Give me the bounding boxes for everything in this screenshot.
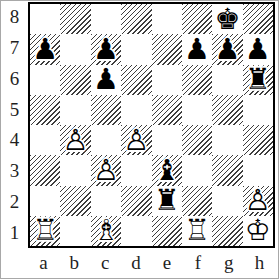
square-d1[interactable]	[121, 216, 151, 246]
square-e8[interactable]	[152, 4, 182, 34]
square-a5[interactable]	[30, 95, 60, 125]
rank-labels: 87654321	[1, 2, 28, 248]
file-label-d: d	[121, 248, 152, 278]
square-b5[interactable]	[60, 95, 90, 125]
file-label-b: b	[59, 248, 90, 278]
rank-label-2: 2	[1, 187, 28, 218]
black-pawn: ♟	[243, 34, 273, 64]
white-pawn-fill: ♟	[91, 155, 121, 185]
file-label-e: e	[152, 248, 183, 278]
square-e5[interactable]	[152, 95, 182, 125]
square-a1[interactable]: ♜♖	[30, 216, 60, 246]
square-g1[interactable]	[212, 216, 242, 246]
square-g5[interactable]	[212, 95, 242, 125]
white-rook-fill: ♜	[30, 216, 60, 246]
square-g7[interactable]: ♟	[212, 34, 242, 64]
file-label-f: f	[182, 248, 213, 278]
white-rook: ♖	[30, 216, 60, 246]
square-d4[interactable]: ♟♙	[121, 125, 151, 155]
white-pawn-fill: ♟	[121, 125, 151, 155]
rank-label-3: 3	[1, 156, 28, 187]
white-king-fill: ♚	[243, 216, 273, 246]
white-pawn: ♙	[243, 186, 273, 216]
white-bishop: ♗	[91, 216, 121, 246]
square-h4[interactable]	[243, 125, 273, 155]
square-a3[interactable]	[30, 155, 60, 185]
square-h3[interactable]	[243, 155, 273, 185]
black-rook: ♜	[243, 65, 273, 95]
square-a2[interactable]	[30, 186, 60, 216]
square-a7[interactable]: ♟	[30, 34, 60, 64]
square-b7[interactable]	[60, 34, 90, 64]
square-c7[interactable]: ♟	[91, 34, 121, 64]
square-c6[interactable]: ♟	[91, 65, 121, 95]
black-rook: ♜	[152, 186, 182, 216]
black-pawn: ♟	[91, 34, 121, 64]
square-b8[interactable]	[60, 4, 90, 34]
square-e3[interactable]: ♝	[152, 155, 182, 185]
black-pawn: ♟	[91, 65, 121, 95]
square-e6[interactable]	[152, 65, 182, 95]
square-f8[interactable]	[182, 4, 212, 34]
file-label-c: c	[90, 248, 121, 278]
square-f6[interactable]	[182, 65, 212, 95]
black-pawn: ♟	[212, 34, 242, 64]
square-f3[interactable]	[182, 155, 212, 185]
white-king: ♔	[243, 216, 273, 246]
black-bishop: ♝	[152, 155, 182, 185]
rank-label-5: 5	[1, 94, 28, 125]
square-c4[interactable]	[91, 125, 121, 155]
white-rook-fill: ♜	[182, 216, 212, 246]
square-f4[interactable]	[182, 125, 212, 155]
square-a6[interactable]	[30, 65, 60, 95]
white-bishop-fill: ♝	[91, 216, 121, 246]
rank-label-1: 1	[1, 217, 28, 248]
square-h2[interactable]: ♟♙	[243, 186, 273, 216]
square-h6[interactable]: ♜	[243, 65, 273, 95]
square-d8[interactable]	[121, 4, 151, 34]
white-pawn: ♙	[91, 155, 121, 185]
square-b1[interactable]	[60, 216, 90, 246]
square-a4[interactable]	[30, 125, 60, 155]
square-h8[interactable]	[243, 4, 273, 34]
rank-label-6: 6	[1, 64, 28, 95]
rank-label-8: 8	[1, 2, 28, 33]
square-e2[interactable]: ♜	[152, 186, 182, 216]
black-pawn: ♟	[30, 34, 60, 64]
file-label-h: h	[244, 248, 275, 278]
square-d2[interactable]	[121, 186, 151, 216]
square-b2[interactable]	[60, 186, 90, 216]
square-h1[interactable]: ♚♔	[243, 216, 273, 246]
square-g6[interactable]	[212, 65, 242, 95]
square-c8[interactable]	[91, 4, 121, 34]
black-pawn: ♟	[182, 34, 212, 64]
square-b6[interactable]	[60, 65, 90, 95]
black-king: ♚	[212, 4, 242, 34]
square-f2[interactable]	[182, 186, 212, 216]
square-b4[interactable]: ♟♙	[60, 125, 90, 155]
white-pawn-fill: ♟	[243, 186, 273, 216]
chess-diagram: 87654321 ♚♟♟♟♟♟♟♜♟♙♟♙♟♙♝♜♟♙♜♖♝♗♜♖♚♔ abcd…	[0, 0, 279, 279]
square-h7[interactable]: ♟	[243, 34, 273, 64]
square-f5[interactable]	[182, 95, 212, 125]
square-g3[interactable]	[212, 155, 242, 185]
square-e7[interactable]	[152, 34, 182, 64]
square-f1[interactable]: ♜♖	[182, 216, 212, 246]
white-pawn: ♙	[60, 125, 90, 155]
square-c3[interactable]: ♟♙	[91, 155, 121, 185]
rank-label-7: 7	[1, 33, 28, 64]
square-c2[interactable]	[91, 186, 121, 216]
square-g8[interactable]: ♚	[212, 4, 242, 34]
square-g4[interactable]	[212, 125, 242, 155]
square-e1[interactable]	[152, 216, 182, 246]
square-e4[interactable]	[152, 125, 182, 155]
square-h5[interactable]	[243, 95, 273, 125]
square-d3[interactable]	[121, 155, 151, 185]
white-rook: ♖	[182, 216, 212, 246]
square-d6[interactable]	[121, 65, 151, 95]
square-c5[interactable]	[91, 95, 121, 125]
chessboard: ♚♟♟♟♟♟♟♜♟♙♟♙♟♙♝♜♟♙♜♖♝♗♜♖♚♔	[28, 2, 275, 248]
square-d5[interactable]	[121, 95, 151, 125]
square-g2[interactable]	[212, 186, 242, 216]
file-label-a: a	[28, 248, 59, 278]
white-pawn: ♙	[121, 125, 151, 155]
square-b3[interactable]	[60, 155, 90, 185]
file-label-g: g	[213, 248, 244, 278]
square-c1[interactable]: ♝♗	[91, 216, 121, 246]
white-pawn-fill: ♟	[60, 125, 90, 155]
square-d7[interactable]	[121, 34, 151, 64]
square-a8[interactable]	[30, 4, 60, 34]
square-f7[interactable]: ♟	[182, 34, 212, 64]
rank-label-4: 4	[1, 125, 28, 156]
file-labels: abcdefgh	[28, 248, 275, 278]
